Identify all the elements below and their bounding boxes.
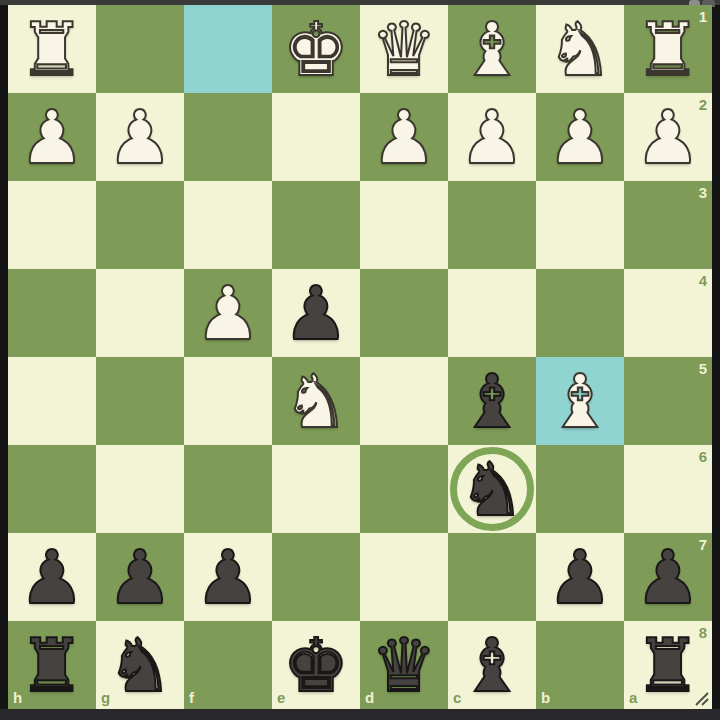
black-bishop-c5[interactable]: ♝ xyxy=(448,357,536,445)
rank-label-4: 4 xyxy=(699,273,707,288)
square-g2[interactable]: ♟ xyxy=(96,93,184,181)
square-g6[interactable] xyxy=(96,445,184,533)
black-knight-c6[interactable]: ♞ xyxy=(448,445,536,533)
black-pawn-e4[interactable]: ♟ xyxy=(272,269,360,357)
square-c7[interactable] xyxy=(448,533,536,621)
square-h4[interactable] xyxy=(8,269,96,357)
square-g1[interactable] xyxy=(96,5,184,93)
white-pawn-b2[interactable]: ♟ xyxy=(536,93,624,181)
black-pawn-h7[interactable]: ♟ xyxy=(8,533,96,621)
square-d7[interactable] xyxy=(360,533,448,621)
square-g8[interactable]: g♞ xyxy=(96,621,184,709)
square-d6[interactable] xyxy=(360,445,448,533)
black-bishop-c8[interactable]: ♝ xyxy=(448,621,536,709)
white-bishop-b5[interactable]: ♝ xyxy=(536,357,624,445)
square-b4[interactable] xyxy=(536,269,624,357)
square-c6[interactable]: ♞ xyxy=(448,445,536,533)
white-pawn-c2[interactable]: ♟ xyxy=(448,93,536,181)
white-rook-a1[interactable]: ♜ xyxy=(624,5,712,93)
white-knight-b1[interactable]: ♞ xyxy=(536,5,624,93)
square-f6[interactable] xyxy=(184,445,272,533)
chess-board[interactable]: ♜♚♛♝♞1♜♟♟♟♟♟2♟3♟♟4♞♝♝5♞6♟♟♟♟7♟h♜g♞fe♚d♛c… xyxy=(8,5,712,709)
square-a2[interactable]: 2♟ xyxy=(624,93,712,181)
black-pawn-f7[interactable]: ♟ xyxy=(184,533,272,621)
square-h7[interactable]: ♟ xyxy=(8,533,96,621)
square-f3[interactable] xyxy=(184,181,272,269)
square-a6[interactable]: 6 xyxy=(624,445,712,533)
square-a1[interactable]: 1♜ xyxy=(624,5,712,93)
square-h8[interactable]: h♜ xyxy=(8,621,96,709)
square-a4[interactable]: 4 xyxy=(624,269,712,357)
white-knight-e5[interactable]: ♞ xyxy=(272,357,360,445)
rank-label-5: 5 xyxy=(699,361,707,376)
square-c8[interactable]: c♝ xyxy=(448,621,536,709)
square-g5[interactable] xyxy=(96,357,184,445)
square-e6[interactable] xyxy=(272,445,360,533)
square-a3[interactable]: 3 xyxy=(624,181,712,269)
square-f1[interactable] xyxy=(184,5,272,93)
rank-label-6: 6 xyxy=(699,449,707,464)
square-e3[interactable] xyxy=(272,181,360,269)
black-knight-g8[interactable]: ♞ xyxy=(96,621,184,709)
square-b6[interactable] xyxy=(536,445,624,533)
board-resize-handle-icon[interactable] xyxy=(692,689,709,706)
white-pawn-f4[interactable]: ♟ xyxy=(184,269,272,357)
square-c5[interactable]: ♝ xyxy=(448,357,536,445)
square-d8[interactable]: d♛ xyxy=(360,621,448,709)
square-b2[interactable]: ♟ xyxy=(536,93,624,181)
black-rook-h8[interactable]: ♜ xyxy=(8,621,96,709)
black-king-e8[interactable]: ♚ xyxy=(272,621,360,709)
black-queen-d8[interactable]: ♛ xyxy=(360,621,448,709)
black-pawn-b7[interactable]: ♟ xyxy=(536,533,624,621)
square-b3[interactable] xyxy=(536,181,624,269)
square-h2[interactable]: ♟ xyxy=(8,93,96,181)
square-h5[interactable] xyxy=(8,357,96,445)
file-label-f: f xyxy=(189,690,194,705)
white-queen-d1[interactable]: ♛ xyxy=(360,5,448,93)
square-e5[interactable]: ♞ xyxy=(272,357,360,445)
square-e8[interactable]: e♚ xyxy=(272,621,360,709)
square-b8[interactable]: b xyxy=(536,621,624,709)
square-a5[interactable]: 5 xyxy=(624,357,712,445)
square-c1[interactable]: ♝ xyxy=(448,5,536,93)
square-b7[interactable]: ♟ xyxy=(536,533,624,621)
square-g3[interactable] xyxy=(96,181,184,269)
square-g4[interactable] xyxy=(96,269,184,357)
square-d5[interactable] xyxy=(360,357,448,445)
black-pawn-g7[interactable]: ♟ xyxy=(96,533,184,621)
square-f2[interactable] xyxy=(184,93,272,181)
square-e2[interactable] xyxy=(272,93,360,181)
square-c3[interactable] xyxy=(448,181,536,269)
square-b1[interactable]: ♞ xyxy=(536,5,624,93)
square-d4[interactable] xyxy=(360,269,448,357)
square-d1[interactable]: ♛ xyxy=(360,5,448,93)
square-h1[interactable]: ♜ xyxy=(8,5,96,93)
square-f8[interactable]: f xyxy=(184,621,272,709)
square-c4[interactable] xyxy=(448,269,536,357)
white-pawn-d2[interactable]: ♟ xyxy=(360,93,448,181)
square-e1[interactable]: ♚ xyxy=(272,5,360,93)
white-pawn-h2[interactable]: ♟ xyxy=(8,93,96,181)
square-f5[interactable] xyxy=(184,357,272,445)
square-d3[interactable] xyxy=(360,181,448,269)
square-e4[interactable]: ♟ xyxy=(272,269,360,357)
bottom-letterbox-bar xyxy=(0,709,720,720)
square-g7[interactable]: ♟ xyxy=(96,533,184,621)
square-c2[interactable]: ♟ xyxy=(448,93,536,181)
white-rook-h1[interactable]: ♜ xyxy=(8,5,96,93)
square-h6[interactable] xyxy=(8,445,96,533)
square-e7[interactable] xyxy=(272,533,360,621)
rank-label-3: 3 xyxy=(699,185,707,200)
file-label-b: b xyxy=(541,690,550,705)
square-a7[interactable]: 7♟ xyxy=(624,533,712,621)
square-d2[interactable]: ♟ xyxy=(360,93,448,181)
white-bishop-c1[interactable]: ♝ xyxy=(448,5,536,93)
white-pawn-g2[interactable]: ♟ xyxy=(96,93,184,181)
square-b5[interactable]: ♝ xyxy=(536,357,624,445)
square-h3[interactable] xyxy=(8,181,96,269)
white-king-e1[interactable]: ♚ xyxy=(272,5,360,93)
white-pawn-a2[interactable]: ♟ xyxy=(624,93,712,181)
square-f7[interactable]: ♟ xyxy=(184,533,272,621)
black-pawn-a7[interactable]: ♟ xyxy=(624,533,712,621)
square-f4[interactable]: ♟ xyxy=(184,269,272,357)
